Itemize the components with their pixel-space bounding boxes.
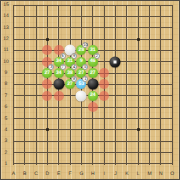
black-stone <box>53 79 64 90</box>
pink-policy-mark <box>99 79 109 89</box>
pink-policy-mark <box>54 91 64 101</box>
star-point <box>46 38 49 41</box>
row-label: 13 <box>3 25 9 30</box>
row-label: 1 <box>5 161 8 166</box>
grid-hline <box>13 141 173 142</box>
column-label: I <box>103 171 104 176</box>
column-label: H <box>91 171 95 176</box>
row-label: 4 <box>5 127 8 132</box>
row-label: 5 <box>5 116 8 121</box>
hint-rank-badge: 2 <box>94 53 100 59</box>
star-point <box>137 38 140 41</box>
last-move-marker <box>114 60 117 63</box>
row-label: 2 <box>5 150 8 155</box>
hint-rank-badge: 9 <box>71 53 77 59</box>
row-label: 14 <box>3 14 9 19</box>
star-point <box>46 128 49 131</box>
column-label: D <box>46 171 50 176</box>
row-label: 15 <box>3 3 9 8</box>
row-label: 8 <box>5 82 8 87</box>
pink-policy-mark <box>88 102 98 112</box>
column-label: C <box>34 171 38 176</box>
green-hint-circle[interactable]: 27 <box>88 68 98 78</box>
go-board[interactable]: 123456789101112131415ABCDEFGHIJKLMNO 281… <box>0 0 180 180</box>
column-label: A <box>12 171 15 176</box>
column-label: L <box>137 171 140 176</box>
pink-policy-mark <box>99 68 109 78</box>
star-point <box>137 128 140 131</box>
pink-policy-mark <box>99 91 109 101</box>
white-stone <box>76 90 87 101</box>
grid-vline <box>172 5 173 165</box>
grid-hline <box>13 152 173 153</box>
row-label: 9 <box>5 71 8 76</box>
column-label: O <box>170 171 174 176</box>
column-label: G <box>79 171 83 176</box>
hint-rank-badge: 4 <box>71 64 77 70</box>
hint-rank-badge: 3 <box>48 64 54 70</box>
row-label: 3 <box>5 139 8 144</box>
column-label: K <box>125 171 128 176</box>
black-stone <box>87 79 98 90</box>
row-label: 12 <box>3 37 9 42</box>
column-label: E <box>57 171 60 176</box>
pink-policy-mark <box>42 45 52 55</box>
column-label: J <box>114 171 117 176</box>
row-label: 10 <box>3 59 9 64</box>
column-label: F <box>69 171 72 176</box>
hint-rank-badge: 8 <box>71 76 77 82</box>
column-label: B <box>23 171 26 176</box>
pink-policy-mark <box>42 91 52 101</box>
hint-rank-badge: 1 <box>82 76 88 82</box>
grid-vline <box>160 5 161 165</box>
row-label: 7 <box>5 93 8 98</box>
hint-rank-badge: 7 <box>60 64 66 70</box>
column-label: N <box>159 171 163 176</box>
hint-rank-badge: 6 <box>60 53 66 59</box>
row-label: 6 <box>5 105 8 110</box>
green-hint-circle[interactable]: 24 <box>88 91 98 101</box>
hint-rank-badge: 5 <box>82 64 88 70</box>
grid-hline <box>13 163 173 164</box>
hint-rank-badge: 10 <box>82 42 88 48</box>
column-label: M <box>147 171 151 176</box>
row-label: 11 <box>3 48 8 53</box>
pink-policy-mark <box>42 79 52 89</box>
